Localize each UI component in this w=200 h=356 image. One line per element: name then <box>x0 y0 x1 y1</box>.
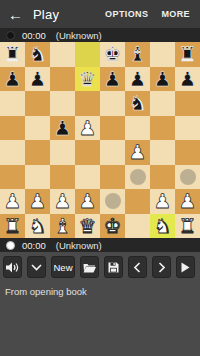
square-h1[interactable]: ♜ <box>175 214 200 239</box>
square-f5[interactable] <box>125 116 150 141</box>
white-rook: ♜ <box>4 216 22 236</box>
autoplay-button[interactable] <box>176 256 195 278</box>
white-player-bar: 00:00 (Unknown) <box>0 238 200 252</box>
square-b2[interactable]: ♟ <box>25 189 50 214</box>
white-player-indicator <box>6 241 15 250</box>
square-c6[interactable] <box>50 91 75 116</box>
square-g3[interactable] <box>150 165 175 190</box>
chevron-left-icon <box>134 262 141 273</box>
square-h6[interactable] <box>175 91 200 116</box>
square-a6[interactable] <box>0 91 25 116</box>
chess-board: ♜♞♚♝♜♟♟♛♟♟♟♟♞♟♟♟♟♟♟♟♟♟♜♞♝♛♚♞♜ <box>0 42 200 238</box>
square-b1[interactable]: ♞ <box>25 214 50 239</box>
collapse-button[interactable] <box>27 256 46 278</box>
square-g5[interactable] <box>150 116 175 141</box>
white-pawn: ♟ <box>154 191 172 211</box>
back-arrow-icon[interactable]: ← <box>8 7 23 22</box>
black-pawn: ♟ <box>29 69 47 89</box>
square-a8[interactable]: ♜ <box>0 42 25 67</box>
square-f1[interactable] <box>125 214 150 239</box>
square-d7[interactable]: ♛ <box>75 67 100 92</box>
square-h8[interactable]: ♜ <box>175 42 200 67</box>
white-player-clock: 00:00 <box>22 240 46 251</box>
black-knight: ♞ <box>29 44 47 64</box>
white-pawn: ♟ <box>79 191 97 211</box>
square-f2[interactable] <box>125 189 150 214</box>
chevron-right-icon <box>158 262 165 273</box>
white-pawn: ♟ <box>179 191 197 211</box>
white-knight: ♞ <box>154 216 172 236</box>
black-player-clock: 00:00 <box>22 30 46 41</box>
white-pawn: ♟ <box>54 191 72 211</box>
sound-button[interactable] <box>3 256 22 278</box>
square-c5[interactable]: ♟ <box>50 116 75 141</box>
square-a5[interactable] <box>0 116 25 141</box>
square-f7[interactable]: ♟ <box>125 67 150 92</box>
square-a4[interactable] <box>0 140 25 165</box>
square-e5[interactable] <box>100 116 125 141</box>
black-player-indicator <box>6 31 15 40</box>
square-e3[interactable] <box>100 165 125 190</box>
white-pawn: ♟ <box>29 191 47 211</box>
square-d6[interactable] <box>75 91 100 116</box>
legal-move-dot <box>105 193 121 209</box>
square-g4[interactable] <box>150 140 175 165</box>
square-e2[interactable] <box>100 189 125 214</box>
square-d3[interactable] <box>75 165 100 190</box>
play-triangle-icon <box>181 262 190 273</box>
engine-status-text: From opening book <box>5 286 195 297</box>
prev-move-button[interactable] <box>128 256 147 278</box>
square-b7[interactable]: ♟ <box>25 67 50 92</box>
legal-move-dot <box>130 169 146 185</box>
black-pawn: ♟ <box>104 69 122 89</box>
square-f3[interactable] <box>125 165 150 190</box>
square-h7[interactable]: ♟ <box>175 67 200 92</box>
app-bar: ← Play OPTIONS MORE <box>0 0 200 28</box>
white-knight: ♞ <box>29 216 47 236</box>
square-h2[interactable]: ♟ <box>175 189 200 214</box>
toolbar: New <box>0 252 200 282</box>
black-player-bar: 00:00 (Unknown) <box>0 28 200 42</box>
square-g7[interactable]: ♟ <box>150 67 175 92</box>
square-b8[interactable]: ♞ <box>25 42 50 67</box>
page-title: Play <box>33 7 59 22</box>
legal-move-dot <box>180 169 196 185</box>
more-button[interactable]: MORE <box>161 9 190 19</box>
square-b6[interactable] <box>25 91 50 116</box>
square-c4[interactable] <box>50 140 75 165</box>
white-king: ♚ <box>104 216 122 236</box>
white-rook: ♜ <box>179 216 197 236</box>
square-d4[interactable] <box>75 140 100 165</box>
square-a3[interactable] <box>0 165 25 190</box>
chevron-down-icon <box>31 264 42 271</box>
square-b3[interactable] <box>25 165 50 190</box>
black-queen: ♛ <box>79 69 97 89</box>
square-b5[interactable] <box>25 116 50 141</box>
white-player-name: (Unknown) <box>56 240 102 251</box>
next-move-button[interactable] <box>152 256 171 278</box>
folder-icon <box>83 262 96 273</box>
save-button[interactable] <box>104 256 123 278</box>
square-a7[interactable]: ♟ <box>0 67 25 92</box>
square-c2[interactable]: ♟ <box>50 189 75 214</box>
square-g8[interactable] <box>150 42 175 67</box>
white-pawn: ♟ <box>79 118 97 138</box>
black-pawn: ♟ <box>4 69 22 89</box>
square-e1[interactable]: ♚ <box>100 214 125 239</box>
black-pawn: ♟ <box>54 118 72 138</box>
black-rook: ♜ <box>4 44 22 64</box>
black-pawn: ♟ <box>129 69 147 89</box>
square-h4[interactable] <box>175 140 200 165</box>
square-d5[interactable]: ♟ <box>75 116 100 141</box>
floppy-disk-icon <box>108 262 119 273</box>
white-pawn: ♟ <box>4 191 22 211</box>
square-g1[interactable]: ♞ <box>150 214 175 239</box>
square-g2[interactable]: ♟ <box>150 189 175 214</box>
square-f6[interactable]: ♞ <box>125 91 150 116</box>
square-a1[interactable]: ♜ <box>0 214 25 239</box>
square-e6[interactable] <box>100 91 125 116</box>
square-d8[interactable] <box>75 42 100 67</box>
square-f4[interactable]: ♟ <box>125 140 150 165</box>
square-c8[interactable] <box>50 42 75 67</box>
white-bishop: ♝ <box>54 216 72 236</box>
square-e7[interactable]: ♟ <box>100 67 125 92</box>
speaker-icon <box>6 262 19 273</box>
black-pawn: ♟ <box>154 69 172 89</box>
white-pawn: ♟ <box>129 142 147 162</box>
appbar-actions: OPTIONS MORE <box>105 9 190 19</box>
open-button[interactable] <box>80 256 99 278</box>
square-b4[interactable] <box>25 140 50 165</box>
square-a2[interactable]: ♟ <box>0 189 25 214</box>
square-e8[interactable]: ♚ <box>100 42 125 67</box>
square-e4[interactable] <box>100 140 125 165</box>
square-g6[interactable] <box>150 91 175 116</box>
black-pawn: ♟ <box>179 69 197 89</box>
options-button[interactable]: OPTIONS <box>105 9 148 19</box>
black-player-name: (Unknown) <box>56 30 102 41</box>
square-c3[interactable] <box>50 165 75 190</box>
square-c1[interactable]: ♝ <box>50 214 75 239</box>
white-queen: ♛ <box>79 216 97 236</box>
square-d1[interactable]: ♛ <box>75 214 100 239</box>
square-h3[interactable] <box>175 165 200 190</box>
square-c7[interactable] <box>50 67 75 92</box>
square-f8[interactable]: ♝ <box>125 42 150 67</box>
status-area: From opening book <box>0 282 200 356</box>
black-rook: ♜ <box>179 44 197 64</box>
black-bishop: ♝ <box>129 44 147 64</box>
square-h5[interactable] <box>175 116 200 141</box>
black-king: ♚ <box>104 44 122 64</box>
black-knight: ♞ <box>129 93 147 113</box>
new-game-button[interactable]: New <box>51 256 75 278</box>
square-d2[interactable]: ♟ <box>75 189 100 214</box>
